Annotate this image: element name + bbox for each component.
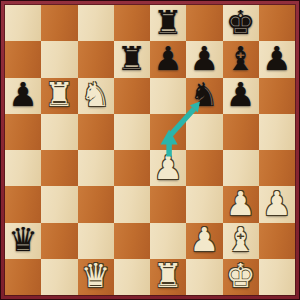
chess-board: ♜♚♜♟♟♝♟♟♜♞♞♟♟♟♟♛♟♝♛♜♚ <box>5 5 295 295</box>
square-c5[interactable] <box>78 114 114 150</box>
white-pawn-h3[interactable]: ♟ <box>262 187 292 220</box>
square-h4[interactable] <box>259 150 295 186</box>
square-h7[interactable]: ♟ <box>259 41 295 77</box>
square-e5[interactable] <box>150 114 186 150</box>
white-knight-c6[interactable]: ♞ <box>81 78 111 111</box>
square-d7[interactable]: ♜ <box>114 41 150 77</box>
white-pawn-f2[interactable]: ♟ <box>190 223 220 256</box>
black-pawn-h7[interactable]: ♟ <box>262 42 292 75</box>
square-f4[interactable] <box>186 150 222 186</box>
square-h1[interactable] <box>259 259 295 295</box>
square-f2[interactable]: ♟ <box>186 223 222 259</box>
square-b7[interactable] <box>41 41 77 77</box>
square-e7[interactable]: ♟ <box>150 41 186 77</box>
square-h8[interactable] <box>259 5 295 41</box>
square-a6[interactable]: ♟ <box>5 78 41 114</box>
white-king-g1[interactable]: ♚ <box>226 259 256 292</box>
square-f1[interactable] <box>186 259 222 295</box>
square-c2[interactable] <box>78 223 114 259</box>
square-b8[interactable] <box>41 5 77 41</box>
square-a2[interactable]: ♛ <box>5 223 41 259</box>
white-pawn-e4[interactable]: ♟ <box>153 151 183 184</box>
square-a8[interactable] <box>5 5 41 41</box>
square-h3[interactable]: ♟ <box>259 186 295 222</box>
square-d2[interactable] <box>114 223 150 259</box>
square-f8[interactable] <box>186 5 222 41</box>
white-bishop-g2[interactable]: ♝ <box>226 223 256 256</box>
square-c4[interactable] <box>78 150 114 186</box>
square-a3[interactable] <box>5 186 41 222</box>
square-b1[interactable] <box>41 259 77 295</box>
black-king-g8[interactable]: ♚ <box>226 6 256 39</box>
square-h5[interactable] <box>259 114 295 150</box>
square-e6[interactable] <box>150 78 186 114</box>
square-a5[interactable] <box>5 114 41 150</box>
square-e4[interactable]: ♟ <box>150 150 186 186</box>
square-c7[interactable] <box>78 41 114 77</box>
white-queen-c1[interactable]: ♛ <box>81 259 111 292</box>
square-c3[interactable] <box>78 186 114 222</box>
square-b3[interactable] <box>41 186 77 222</box>
square-f6[interactable]: ♞ <box>186 78 222 114</box>
black-queen-a2[interactable]: ♛ <box>8 223 38 256</box>
square-d5[interactable] <box>114 114 150 150</box>
square-b6[interactable]: ♜ <box>41 78 77 114</box>
square-g4[interactable] <box>223 150 259 186</box>
chess-board-frame: ♜♚♜♟♟♝♟♟♜♞♞♟♟♟♟♛♟♝♛♜♚ <box>0 0 300 300</box>
black-pawn-e7[interactable]: ♟ <box>153 42 183 75</box>
square-g5[interactable] <box>223 114 259 150</box>
square-c8[interactable] <box>78 5 114 41</box>
square-b2[interactable] <box>41 223 77 259</box>
square-a1[interactable] <box>5 259 41 295</box>
square-g2[interactable]: ♝ <box>223 223 259 259</box>
square-g3[interactable]: ♟ <box>223 186 259 222</box>
square-f5[interactable] <box>186 114 222 150</box>
square-c6[interactable]: ♞ <box>78 78 114 114</box>
square-g6[interactable]: ♟ <box>223 78 259 114</box>
square-e8[interactable]: ♜ <box>150 5 186 41</box>
black-knight-f6[interactable]: ♞ <box>190 78 220 111</box>
square-b4[interactable] <box>41 150 77 186</box>
square-h6[interactable] <box>259 78 295 114</box>
square-a7[interactable] <box>5 41 41 77</box>
square-f3[interactable] <box>186 186 222 222</box>
black-pawn-a6[interactable]: ♟ <box>8 78 38 111</box>
black-bishop-g7[interactable]: ♝ <box>226 42 256 75</box>
square-d3[interactable] <box>114 186 150 222</box>
square-e2[interactable] <box>150 223 186 259</box>
square-d4[interactable] <box>114 150 150 186</box>
square-e1[interactable]: ♜ <box>150 259 186 295</box>
square-g8[interactable]: ♚ <box>223 5 259 41</box>
square-f7[interactable]: ♟ <box>186 41 222 77</box>
square-d8[interactable] <box>114 5 150 41</box>
white-rook-b6[interactable]: ♜ <box>45 78 75 111</box>
square-h2[interactable] <box>259 223 295 259</box>
square-b5[interactable] <box>41 114 77 150</box>
white-rook-e1[interactable]: ♜ <box>153 259 183 292</box>
square-a4[interactable] <box>5 150 41 186</box>
square-e3[interactable] <box>150 186 186 222</box>
black-rook-e8[interactable]: ♜ <box>153 6 183 39</box>
square-c1[interactable]: ♛ <box>78 259 114 295</box>
square-d1[interactable] <box>114 259 150 295</box>
white-pawn-g3[interactable]: ♟ <box>226 187 256 220</box>
black-pawn-f7[interactable]: ♟ <box>190 42 220 75</box>
square-d6[interactable] <box>114 78 150 114</box>
square-g7[interactable]: ♝ <box>223 41 259 77</box>
square-g1[interactable]: ♚ <box>223 259 259 295</box>
black-pawn-g6[interactable]: ♟ <box>226 78 256 111</box>
black-rook-d7[interactable]: ♜ <box>117 42 147 75</box>
